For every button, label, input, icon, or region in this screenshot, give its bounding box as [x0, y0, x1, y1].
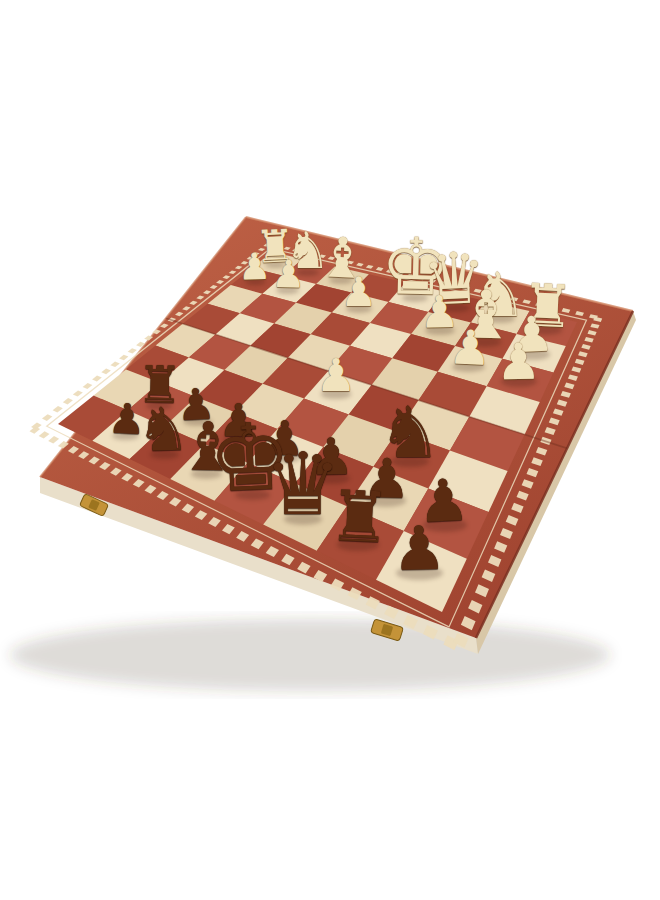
border-dash: [31, 423, 42, 430]
white-pawn[interactable]: ♟: [448, 324, 493, 373]
border-dash: [53, 406, 63, 413]
border-dash: [110, 362, 119, 368]
border-dash: [48, 436, 59, 443]
border-dash: [42, 414, 52, 421]
white-pawn[interactable]: ♟: [495, 336, 541, 387]
border-dash: [92, 376, 102, 382]
white-pawn[interactable]: ♟: [271, 256, 306, 295]
border-dash: [63, 398, 73, 404]
border-dash: [119, 355, 128, 360]
border-dash: [83, 383, 93, 389]
border-dash: [39, 431, 50, 438]
border-dash: [73, 390, 83, 396]
board-drop-shadow: [10, 619, 610, 691]
white-pawn[interactable]: ♟: [316, 353, 357, 398]
border-dash: [128, 348, 137, 353]
white-pawn[interactable]: ♟: [341, 272, 377, 313]
white-pawn[interactable]: ♟: [238, 249, 272, 286]
black-rook[interactable]: ♜: [327, 480, 393, 553]
chess-set-photo: ♜♞♝♚♛♞♜♟♟♟♟♝♟♟♟♟♞♜♟♟♟♟♟♟♟♞♝♚♛♜♟: [0, 0, 660, 900]
black-pawn[interactable]: ♟: [391, 518, 447, 580]
border-dash: [101, 369, 111, 375]
